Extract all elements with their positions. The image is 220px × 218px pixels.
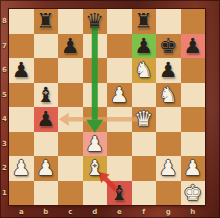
square-h5[interactable] <box>181 83 206 108</box>
square-b3[interactable] <box>34 132 59 157</box>
piece-white-knight-g5[interactable]: ♞ <box>156 83 181 108</box>
piece-black-pawn-f7[interactable]: ♟ <box>132 34 157 59</box>
file-label-e: e <box>107 205 132 218</box>
piece-black-pawn-h7[interactable]: ♟ <box>181 34 206 59</box>
square-h8[interactable] <box>181 9 206 34</box>
square-c5[interactable] <box>58 83 83 108</box>
square-g1[interactable] <box>156 181 181 206</box>
square-g3[interactable] <box>156 132 181 157</box>
square-d7[interactable] <box>83 34 108 59</box>
piece-black-bishop-e1[interactable]: ♝ <box>107 181 132 206</box>
piece-black-pawn-g6[interactable]: ♟ <box>156 58 181 83</box>
piece-white-pawn-h2[interactable]: ♟ <box>181 156 206 181</box>
piece-black-king-g7[interactable]: ♚ <box>156 34 181 59</box>
square-h4[interactable] <box>181 107 206 132</box>
square-a3[interactable] <box>9 132 34 157</box>
file-label-c: c <box>58 205 83 218</box>
piece-black-pawn-c7[interactable]: ♟ <box>58 34 83 59</box>
square-a7[interactable] <box>9 34 34 59</box>
square-b1[interactable] <box>34 181 59 206</box>
square-f5[interactable] <box>132 83 157 108</box>
square-a5[interactable] <box>9 83 34 108</box>
square-c8[interactable] <box>58 9 83 34</box>
file-label-h: h <box>181 205 206 218</box>
piece-black-pawn-a6[interactable]: ♟ <box>9 58 34 83</box>
square-g4[interactable] <box>156 107 181 132</box>
piece-black-queen-d8[interactable]: ♛ <box>83 9 108 34</box>
square-a4[interactable] <box>9 107 34 132</box>
square-b6[interactable] <box>34 58 59 83</box>
piece-black-rook-f8[interactable]: ♜ <box>132 9 157 34</box>
file-label-b: b <box>34 205 59 218</box>
rank-label-1: 1 <box>0 181 9 206</box>
piece-white-queen-f4[interactable]: ♛ <box>132 107 157 132</box>
square-e6[interactable] <box>107 58 132 83</box>
rank-label-5: 5 <box>0 83 9 108</box>
square-h6[interactable] <box>181 58 206 83</box>
board-grid: ♜♛♜♟♟♚♟♟♞♟♝♟♞♟♛♟♟♟♝♟♟♝♚ <box>9 9 205 205</box>
piece-white-pawn-g2[interactable]: ♟ <box>156 156 181 181</box>
file-label-d: d <box>83 205 108 218</box>
piece-white-pawn-d3[interactable]: ♟ <box>83 132 108 157</box>
square-c4[interactable] <box>58 107 83 132</box>
square-d6[interactable] <box>83 58 108 83</box>
rank-label-3: 3 <box>0 132 9 157</box>
piece-white-pawn-b2[interactable]: ♟ <box>34 156 59 181</box>
file-label-a: a <box>9 205 34 218</box>
square-e3[interactable] <box>107 132 132 157</box>
square-e8[interactable] <box>107 9 132 34</box>
square-f1[interactable] <box>132 181 157 206</box>
square-a1[interactable] <box>9 181 34 206</box>
square-e4[interactable] <box>107 107 132 132</box>
piece-white-pawn-e5[interactable]: ♟ <box>107 83 132 108</box>
rank-label-7: 7 <box>0 34 9 59</box>
square-d4[interactable] <box>83 107 108 132</box>
square-h3[interactable] <box>181 132 206 157</box>
square-c3[interactable] <box>58 132 83 157</box>
rank-label-2: 2 <box>0 156 9 181</box>
square-g8[interactable] <box>156 9 181 34</box>
file-label-f: f <box>132 205 157 218</box>
square-f2[interactable] <box>132 156 157 181</box>
square-c6[interactable] <box>58 58 83 83</box>
square-e7[interactable] <box>107 34 132 59</box>
piece-white-king-h1[interactable]: ♚ <box>181 181 206 206</box>
piece-white-bishop-d2[interactable]: ♝ <box>83 156 108 181</box>
square-b7[interactable] <box>34 34 59 59</box>
piece-black-rook-b8[interactable]: ♜ <box>34 9 59 34</box>
square-a8[interactable] <box>9 9 34 34</box>
rank-label-6: 6 <box>0 58 9 83</box>
square-d1[interactable] <box>83 181 108 206</box>
square-d5[interactable] <box>83 83 108 108</box>
piece-black-pawn-b4[interactable]: ♟ <box>34 107 59 132</box>
square-c2[interactable] <box>58 156 83 181</box>
file-label-g: g <box>156 205 181 218</box>
piece-white-knight-f6[interactable]: ♞ <box>132 58 157 83</box>
piece-white-pawn-a2[interactable]: ♟ <box>9 156 34 181</box>
chess-board: ♜♛♜♟♟♚♟♟♞♟♝♟♞♟♛♟♟♟♝♟♟♝♚ 87654321 abcdefg… <box>0 0 220 218</box>
rank-label-4: 4 <box>0 107 9 132</box>
square-c1[interactable] <box>58 181 83 206</box>
piece-black-bishop-b5[interactable]: ♝ <box>34 83 59 108</box>
rank-label-8: 8 <box>0 9 9 34</box>
square-f3[interactable] <box>132 132 157 157</box>
square-e2[interactable] <box>107 156 132 181</box>
